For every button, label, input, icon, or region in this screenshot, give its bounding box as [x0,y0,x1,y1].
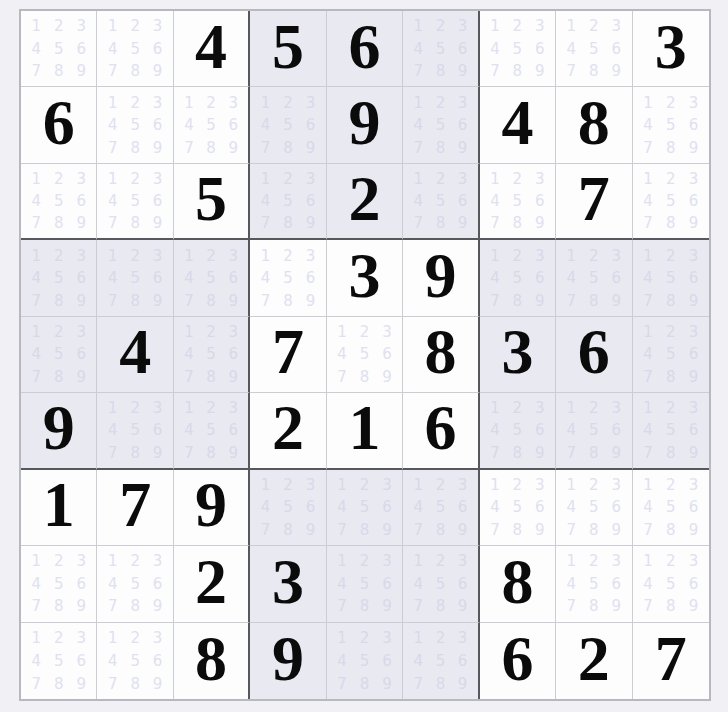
pencil-mark: 6 [222,419,244,441]
pencil-mark: 8 [429,672,451,695]
pencil-mark: 8 [277,289,299,311]
pencil-mark: 7 [25,595,47,617]
pencil-mark: 1 [254,244,276,266]
pencil-mark: 8 [429,595,451,617]
pencil-mark: 9 [452,60,474,82]
cell-r7c8[interactable]: 123456789 [556,470,632,546]
pencil-marks: 123456789 [101,627,168,695]
cell-r9c4[interactable]: 9 [250,623,326,699]
pencil-mark: 4 [637,267,660,289]
pencil-mark: 1 [407,474,429,496]
pencil-mark: 8 [506,212,528,234]
cell-r2c6[interactable]: 123456789 [403,87,479,163]
pencil-marks: 123456789 [25,550,92,617]
cell-r7c2[interactable]: 7 [97,470,173,546]
pencil-marks: 123456789 [484,244,551,311]
cell-r8c4[interactable]: 3 [250,546,326,622]
pencil-mark: 9 [70,672,92,695]
pencil-mark: 6 [376,573,398,595]
cell-r1c5[interactable]: 6 [327,11,403,87]
cell-r9c8[interactable]: 2 [556,623,632,699]
cell-r6c6[interactable]: 6 [403,393,479,469]
pencil-mark: 3 [70,168,92,190]
pencil-mark: 5 [429,573,451,595]
cell-r3c7[interactable]: 123456789 [480,164,556,240]
cell-r5c7[interactable]: 3 [480,317,556,393]
pencil-mark: 1 [484,244,506,266]
pencil-mark: 4 [331,496,353,518]
pencil-mark: 6 [146,190,168,212]
cell-r3c9[interactable]: 123456789 [633,164,709,240]
cell-r3c2[interactable]: 123456789 [97,164,173,240]
pencil-mark: 4 [178,267,200,289]
pencil-mark: 5 [124,573,146,595]
pencil-mark: 5 [659,190,682,212]
pencil-mark: 4 [331,573,353,595]
cell-r5c5[interactable]: 123456789 [327,317,403,393]
cell-r4c4[interactable]: 123456789 [250,240,326,316]
pencil-marks: 123456789 [637,474,705,541]
pencil-mark: 3 [70,627,92,650]
given-digit: 4 [119,320,151,388]
sudoku-board: 1234567891234567894561234567891234567891… [19,9,711,701]
pencil-marks: 123456789 [254,244,321,311]
given-digit: 8 [501,550,533,618]
cell-r8c7[interactable]: 8 [480,546,556,622]
cell-r3c3[interactable]: 5 [174,164,250,240]
pencil-mark: 9 [146,136,168,158]
pencil-mark: 8 [583,289,605,311]
pencil-marks: 123456789 [407,15,473,82]
cell-r6c4[interactable]: 2 [250,393,326,469]
pencil-mark: 5 [583,267,605,289]
given-digit: 6 [578,320,610,388]
cell-r1c8[interactable]: 123456789 [556,11,632,87]
pencil-mark: 7 [484,212,506,234]
pencil-mark: 9 [146,442,168,464]
pencil-mark: 3 [529,474,551,496]
cell-r2c3[interactable]: 123456789 [174,87,250,163]
pencil-mark: 5 [200,267,222,289]
pencil-mark: 5 [124,114,146,136]
given-digit: 2 [348,167,380,235]
pencil-mark: 5 [583,496,605,518]
pencil-mark: 8 [200,366,222,388]
pencil-mark: 4 [407,573,429,595]
pencil-mark: 6 [682,496,705,518]
cell-r1c6[interactable]: 123456789 [403,11,479,87]
cell-r8c5[interactable]: 123456789 [327,546,403,622]
cell-r8c8[interactable]: 123456789 [556,546,632,622]
pencil-mark: 9 [70,289,92,311]
pencil-mark: 7 [407,595,429,617]
pencil-mark: 6 [146,267,168,289]
given-digit: 6 [501,627,533,695]
pencil-mark: 6 [529,419,551,441]
cell-r3c6[interactable]: 123456789 [403,164,479,240]
cell-r8c2[interactable]: 123456789 [97,546,173,622]
pencil-mark: 7 [101,672,123,695]
cell-r1c1[interactable]: 123456789 [21,11,97,87]
given-digit: 6 [43,91,75,159]
pencil-mark: 2 [353,321,375,343]
pencil-mark: 2 [124,15,146,37]
cell-r3c8[interactable]: 7 [556,164,632,240]
pencil-mark: 6 [452,37,474,59]
pencil-mark: 8 [47,289,69,311]
pencil-mark: 2 [200,397,222,419]
pencil-mark: 3 [376,321,398,343]
pencil-mark: 9 [452,136,474,158]
pencil-mark: 7 [254,519,276,541]
cell-r1c2[interactable]: 123456789 [97,11,173,87]
pencil-mark: 4 [484,419,506,441]
pencil-mark: 3 [146,627,168,650]
pencil-mark: 8 [47,60,69,82]
pencil-marks: 123456789 [560,15,627,82]
pencil-mark: 9 [682,442,705,464]
pencil-mark: 8 [583,519,605,541]
pencil-mark: 1 [101,15,123,37]
cell-r6c8[interactable]: 123456789 [556,393,632,469]
pencil-mark: 7 [25,212,47,234]
pencil-mark: 4 [101,419,123,441]
pencil-mark: 6 [376,649,398,672]
pencil-mark: 6 [376,496,398,518]
pencil-mark: 1 [637,321,660,343]
cell-r7c1[interactable]: 1 [21,470,97,546]
given-digit: 5 [272,15,304,83]
cell-r6c2[interactable]: 123456789 [97,393,173,469]
cell-r4c6[interactable]: 9 [403,240,479,316]
cell-r5c1[interactable]: 123456789 [21,317,97,393]
cell-r5c4[interactable]: 7 [250,317,326,393]
pencil-mark: 3 [146,168,168,190]
pencil-mark: 1 [25,550,47,572]
pencil-marks: 123456789 [637,550,705,617]
pencil-mark: 1 [331,550,353,572]
pencil-mark: 6 [70,267,92,289]
cell-r1c4[interactable]: 5 [250,11,326,87]
pencil-mark: 3 [605,550,627,572]
pencil-mark: 9 [70,60,92,82]
pencil-marks: 123456789 [101,397,168,463]
pencil-mark: 5 [200,114,222,136]
pencil-mark: 2 [124,550,146,572]
pencil-mark: 3 [299,91,321,113]
pencil-mark: 7 [560,442,582,464]
pencil-mark: 2 [47,244,69,266]
cell-r8c3[interactable]: 2 [174,546,250,622]
pencil-mark: 2 [583,474,605,496]
pencil-mark: 4 [254,114,276,136]
cell-r3c1[interactable]: 123456789 [21,164,97,240]
pencil-mark: 6 [682,190,705,212]
pencil-mark: 3 [146,550,168,572]
pencil-mark: 6 [605,37,627,59]
pencil-mark: 2 [353,550,375,572]
pencil-mark: 4 [331,649,353,672]
pencil-mark: 6 [222,267,244,289]
pencil-mark: 8 [506,60,528,82]
pencil-mark: 4 [101,267,123,289]
pencil-mark: 9 [529,519,551,541]
pencil-mark: 9 [299,136,321,158]
pencil-mark: 2 [47,321,69,343]
pencil-mark: 6 [70,190,92,212]
given-digit: 3 [348,244,380,312]
cell-r2c5[interactable]: 9 [327,87,403,163]
cell-r9c3[interactable]: 8 [174,623,250,699]
pencil-mark: 6 [299,496,321,518]
cell-r6c1[interactable]: 9 [21,393,97,469]
cell-r5c3[interactable]: 123456789 [174,317,250,393]
pencil-marks: 123456789 [25,15,92,82]
pencil-mark: 3 [452,550,474,572]
pencil-mark: 3 [299,474,321,496]
cell-r6c7[interactable]: 123456789 [480,393,556,469]
pencil-mark: 6 [605,419,627,441]
pencil-mark: 5 [429,496,451,518]
pencil-mark: 9 [529,289,551,311]
pencil-mark: 7 [254,289,276,311]
given-digit: 9 [348,91,380,159]
pencil-mark: 8 [277,519,299,541]
pencil-mark: 5 [659,114,682,136]
pencil-marks: 123456789 [254,91,321,158]
cell-r4c7[interactable]: 123456789 [480,240,556,316]
cell-r9c9[interactable]: 7 [633,623,709,699]
pencil-mark: 6 [452,496,474,518]
cell-r6c5[interactable]: 1 [327,393,403,469]
pencil-mark: 6 [70,37,92,59]
pencil-mark: 1 [178,244,200,266]
pencil-mark: 8 [429,519,451,541]
pencil-mark: 4 [637,419,660,441]
pencil-mark: 5 [124,649,146,672]
pencil-mark: 9 [682,212,705,234]
cell-r3c4[interactable]: 123456789 [250,164,326,240]
pencil-mark: 1 [25,321,47,343]
pencil-marks: 123456789 [178,244,244,311]
pencil-mark: 7 [101,595,123,617]
pencil-mark: 3 [70,321,92,343]
pencil-mark: 7 [637,442,660,464]
cell-r4c1[interactable]: 123456789 [21,240,97,316]
pencil-mark: 6 [682,419,705,441]
cell-r9c7[interactable]: 6 [480,623,556,699]
pencil-mark: 7 [178,366,200,388]
pencil-mark: 5 [659,573,682,595]
pencil-marks: 123456789 [484,15,551,82]
pencil-mark: 8 [277,212,299,234]
pencil-mark: 1 [637,474,660,496]
pencil-mark: 7 [101,212,123,234]
cell-r2c9[interactable]: 123456789 [633,87,709,163]
cell-r4c5[interactable]: 3 [327,240,403,316]
pencil-mark: 4 [484,496,506,518]
cell-r8c6[interactable]: 123456789 [403,546,479,622]
given-digit: 2 [578,627,610,695]
pencil-mark: 2 [124,91,146,113]
pencil-mark: 5 [277,114,299,136]
pencil-mark: 5 [659,267,682,289]
pencil-mark: 7 [637,366,660,388]
pencil-mark: 4 [178,343,200,365]
cell-r2c4[interactable]: 123456789 [250,87,326,163]
pencil-marks: 123456789 [637,244,705,311]
pencil-mark: 9 [70,212,92,234]
pencil-mark: 3 [605,397,627,419]
pencil-mark: 8 [124,289,146,311]
pencil-mark: 6 [146,649,168,672]
pencil-marks: 123456789 [331,474,398,541]
cell-r4c9[interactable]: 123456789 [633,240,709,316]
pencil-marks: 123456789 [637,321,705,388]
pencil-mark: 9 [222,136,244,158]
pencil-mark: 8 [200,442,222,464]
pencil-mark: 4 [254,190,276,212]
cell-r9c5[interactable]: 123456789 [327,623,403,699]
pencil-mark: 4 [407,37,429,59]
pencil-mark: 4 [178,419,200,441]
pencil-mark: 2 [583,397,605,419]
cell-r2c1[interactable]: 6 [21,87,97,163]
pencil-mark: 8 [659,595,682,617]
cell-r7c7[interactable]: 123456789 [480,470,556,546]
pencil-mark: 8 [506,289,528,311]
pencil-mark: 9 [222,366,244,388]
pencil-mark: 4 [637,496,660,518]
pencil-mark: 7 [101,289,123,311]
pencil-mark: 3 [682,91,705,113]
given-digit: 9 [43,396,75,464]
given-digit: 2 [272,396,304,464]
pencil-mark: 1 [254,474,276,496]
pencil-mark: 6 [682,343,705,365]
cell-r5c2[interactable]: 4 [97,317,173,393]
cell-r2c8[interactable]: 8 [556,87,632,163]
pencil-mark: 7 [178,289,200,311]
pencil-mark: 4 [637,573,660,595]
cell-r7c3[interactable]: 9 [174,470,250,546]
pencil-mark: 2 [124,244,146,266]
pencil-mark: 3 [605,244,627,266]
pencil-mark: 7 [331,366,353,388]
cell-r2c2[interactable]: 123456789 [97,87,173,163]
pencil-mark: 7 [101,136,123,158]
pencil-mark: 1 [101,244,123,266]
pencil-mark: 9 [146,212,168,234]
pencil-mark: 1 [407,627,429,650]
cell-r8c9[interactable]: 123456789 [633,546,709,622]
cell-r9c2[interactable]: 123456789 [97,623,173,699]
cell-r8c1[interactable]: 123456789 [21,546,97,622]
pencil-mark: 6 [529,267,551,289]
pencil-marks: 123456789 [560,397,627,463]
cell-r4c2[interactable]: 123456789 [97,240,173,316]
cell-r3c5[interactable]: 2 [327,164,403,240]
pencil-mark: 9 [452,672,474,695]
pencil-mark: 6 [529,190,551,212]
cell-r6c9[interactable]: 123456789 [633,393,709,469]
cell-r2c7[interactable]: 4 [480,87,556,163]
pencil-mark: 2 [659,244,682,266]
pencil-mark: 6 [529,496,551,518]
pencil-mark: 1 [25,627,47,650]
pencil-marks: 123456789 [484,474,551,541]
pencil-mark: 4 [407,190,429,212]
pencil-mark: 4 [25,573,47,595]
pencil-mark: 3 [70,550,92,572]
pencil-mark: 7 [560,519,582,541]
pencil-mark: 7 [101,442,123,464]
cell-r6c3[interactable]: 123456789 [174,393,250,469]
cell-r5c9[interactable]: 123456789 [633,317,709,393]
pencil-mark: 7 [407,212,429,234]
pencil-mark: 7 [407,60,429,82]
pencil-mark: 1 [560,15,582,37]
pencil-mark: 3 [222,244,244,266]
cell-r7c5[interactable]: 123456789 [327,470,403,546]
pencil-mark: 8 [353,519,375,541]
pencil-mark: 2 [353,474,375,496]
pencil-mark: 7 [484,442,506,464]
pencil-marks: 123456789 [25,321,92,388]
pencil-mark: 4 [254,496,276,518]
pencil-mark: 9 [452,212,474,234]
given-digit: 7 [119,473,151,541]
pencil-mark: 7 [178,442,200,464]
cell-r7c6[interactable]: 123456789 [403,470,479,546]
pencil-mark: 8 [506,519,528,541]
pencil-mark: 5 [200,343,222,365]
pencil-mark: 6 [146,37,168,59]
pencil-mark: 6 [299,190,321,212]
pencil-marks: 123456789 [101,168,168,234]
pencil-mark: 9 [682,366,705,388]
cell-r1c9[interactable]: 3 [633,11,709,87]
cell-r9c1[interactable]: 123456789 [21,623,97,699]
pencil-marks: 123456789 [637,168,705,234]
pencil-mark: 4 [407,114,429,136]
pencil-mark: 5 [583,37,605,59]
pencil-mark: 3 [376,627,398,650]
cell-r1c3[interactable]: 4 [174,11,250,87]
pencil-mark: 9 [529,212,551,234]
cell-r7c9[interactable]: 123456789 [633,470,709,546]
pencil-mark: 7 [484,519,506,541]
cell-r9c6[interactable]: 123456789 [403,623,479,699]
pencil-mark: 9 [299,519,321,541]
cell-r1c7[interactable]: 123456789 [480,11,556,87]
cell-r5c6[interactable]: 8 [403,317,479,393]
pencil-mark: 7 [560,595,582,617]
pencil-mark: 5 [277,496,299,518]
cell-r4c8[interactable]: 123456789 [556,240,632,316]
cell-r4c3[interactable]: 123456789 [174,240,250,316]
pencil-mark: 2 [506,168,528,190]
pencil-mark: 6 [605,267,627,289]
pencil-mark: 3 [682,321,705,343]
pencil-mark: 7 [407,672,429,695]
pencil-mark: 7 [637,136,660,158]
pencil-marks: 123456789 [407,91,473,158]
pencil-mark: 6 [146,114,168,136]
pencil-mark: 6 [605,573,627,595]
cell-r5c8[interactable]: 6 [556,317,632,393]
cell-r7c4[interactable]: 123456789 [250,470,326,546]
